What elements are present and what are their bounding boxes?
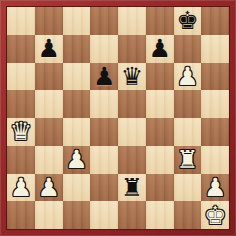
square-a1[interactable] [7, 201, 35, 229]
square-c1[interactable] [63, 201, 91, 229]
square-g7[interactable] [174, 35, 202, 63]
square-f7[interactable]: ♟ [146, 35, 174, 63]
piece-black-pawn-d6[interactable]: ♟ [93, 63, 115, 90]
chess-board: ♚♟♟♟♛♟♛♟♜♟♟♜♟♚ [7, 7, 229, 229]
square-f2[interactable] [146, 174, 174, 202]
square-c7[interactable] [63, 35, 91, 63]
square-c6[interactable] [63, 63, 91, 91]
square-e3[interactable] [118, 146, 146, 174]
piece-white-pawn-h2[interactable]: ♟ [204, 174, 226, 201]
piece-white-pawn-a2[interactable]: ♟ [10, 174, 32, 201]
square-b8[interactable] [35, 7, 63, 35]
square-c3[interactable]: ♟ [63, 146, 91, 174]
piece-white-pawn-g6[interactable]: ♟ [176, 63, 198, 90]
square-g8[interactable]: ♚ [174, 7, 202, 35]
square-b2[interactable]: ♟ [35, 174, 63, 202]
square-c2[interactable] [63, 174, 91, 202]
square-a5[interactable] [7, 90, 35, 118]
square-d1[interactable] [90, 201, 118, 229]
square-e4[interactable] [118, 118, 146, 146]
square-f1[interactable] [146, 201, 174, 229]
square-f5[interactable] [146, 90, 174, 118]
square-h5[interactable] [201, 90, 229, 118]
square-b4[interactable] [35, 118, 63, 146]
piece-black-rook-e2[interactable]: ♜ [121, 174, 143, 201]
square-e7[interactable] [118, 35, 146, 63]
square-a7[interactable] [7, 35, 35, 63]
square-c5[interactable] [63, 90, 91, 118]
square-g1[interactable] [174, 201, 202, 229]
piece-white-king-h1[interactable]: ♚ [204, 202, 226, 229]
square-f8[interactable] [146, 7, 174, 35]
square-g4[interactable] [174, 118, 202, 146]
piece-black-queen-e6[interactable]: ♛ [121, 63, 143, 90]
square-g5[interactable] [174, 90, 202, 118]
square-e5[interactable] [118, 90, 146, 118]
square-e8[interactable] [118, 7, 146, 35]
square-d5[interactable] [90, 90, 118, 118]
square-h8[interactable] [201, 7, 229, 35]
square-b6[interactable] [35, 63, 63, 91]
square-h4[interactable] [201, 118, 229, 146]
piece-white-queen-a4[interactable]: ♛ [10, 118, 32, 145]
square-d6[interactable]: ♟ [90, 63, 118, 91]
square-b7[interactable]: ♟ [35, 35, 63, 63]
square-d2[interactable] [90, 174, 118, 202]
piece-black-king-g8[interactable]: ♚ [176, 7, 198, 34]
square-g6[interactable]: ♟ [174, 63, 202, 91]
square-f3[interactable] [146, 146, 174, 174]
square-a8[interactable] [7, 7, 35, 35]
square-d8[interactable] [90, 7, 118, 35]
square-f6[interactable] [146, 63, 174, 91]
square-d7[interactable] [90, 35, 118, 63]
square-d3[interactable] [90, 146, 118, 174]
square-f4[interactable] [146, 118, 174, 146]
square-h2[interactable]: ♟ [201, 174, 229, 202]
square-a6[interactable] [7, 63, 35, 91]
square-e1[interactable] [118, 201, 146, 229]
square-a3[interactable] [7, 146, 35, 174]
square-a2[interactable]: ♟ [7, 174, 35, 202]
piece-black-pawn-f7[interactable]: ♟ [148, 35, 170, 62]
square-e2[interactable]: ♜ [118, 174, 146, 202]
piece-white-pawn-b2[interactable]: ♟ [37, 174, 59, 201]
piece-white-pawn-c3[interactable]: ♟ [65, 146, 87, 173]
board-frame: ♚♟♟♟♛♟♛♟♜♟♟♜♟♚ [0, 0, 236, 236]
square-h1[interactable]: ♚ [201, 201, 229, 229]
square-a4[interactable]: ♛ [7, 118, 35, 146]
square-b3[interactable] [35, 146, 63, 174]
square-e6[interactable]: ♛ [118, 63, 146, 91]
square-c4[interactable] [63, 118, 91, 146]
square-b1[interactable] [35, 201, 63, 229]
square-d4[interactable] [90, 118, 118, 146]
square-g3[interactable]: ♜ [174, 146, 202, 174]
piece-black-pawn-b7[interactable]: ♟ [37, 35, 59, 62]
square-h7[interactable] [201, 35, 229, 63]
square-c8[interactable] [63, 7, 91, 35]
piece-white-rook-g3[interactable]: ♜ [176, 146, 198, 173]
square-b5[interactable] [35, 90, 63, 118]
square-g2[interactable] [174, 174, 202, 202]
square-h3[interactable] [201, 146, 229, 174]
square-h6[interactable] [201, 63, 229, 91]
